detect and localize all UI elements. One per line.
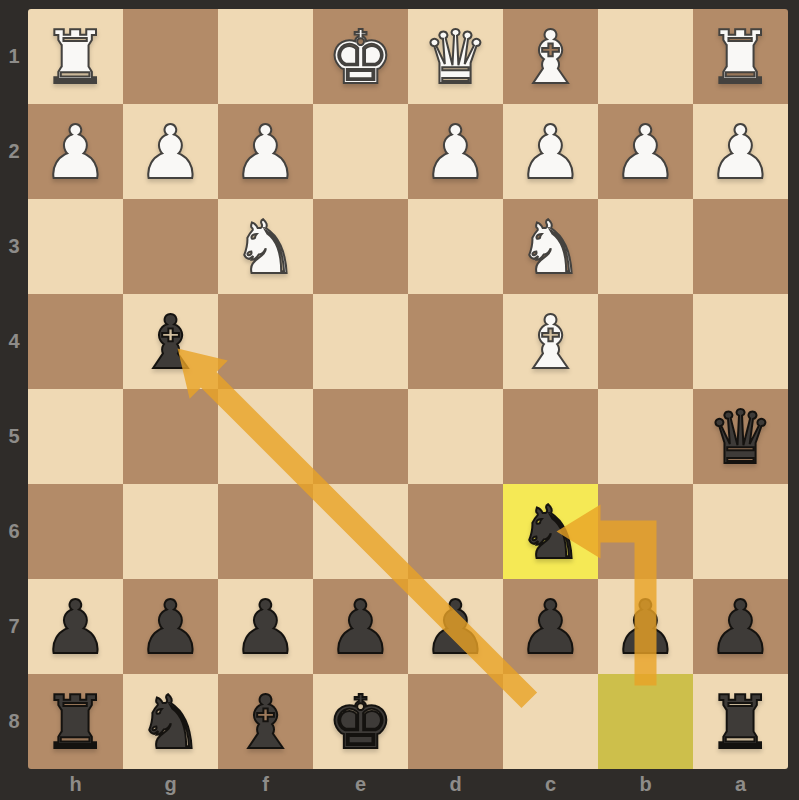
- square-c4[interactable]: ♝: [503, 294, 598, 389]
- square-d5[interactable]: [408, 389, 503, 484]
- file-label-g: g: [123, 769, 218, 800]
- square-b8[interactable]: [598, 674, 693, 769]
- white-pawn-c2[interactable]: ♟: [503, 104, 598, 199]
- white-king-e1[interactable]: ♚: [313, 9, 408, 104]
- square-e1[interactable]: ♚: [313, 9, 408, 104]
- white-rook-h1[interactable]: ♜: [28, 9, 123, 104]
- square-f3[interactable]: ♞: [218, 199, 313, 294]
- square-a5[interactable]: ♛: [693, 389, 788, 484]
- square-h2[interactable]: ♟: [28, 104, 123, 199]
- file-label-d: d: [408, 769, 503, 800]
- square-d2[interactable]: ♟: [408, 104, 503, 199]
- white-pawn-g2[interactable]: ♟: [123, 104, 218, 199]
- square-b2[interactable]: ♟: [598, 104, 693, 199]
- square-g1[interactable]: [123, 9, 218, 104]
- square-e6[interactable]: [313, 484, 408, 579]
- square-e5[interactable]: [313, 389, 408, 484]
- square-f6[interactable]: [218, 484, 313, 579]
- white-bishop-c4[interactable]: ♝: [503, 294, 598, 389]
- square-f2[interactable]: ♟: [218, 104, 313, 199]
- square-e2[interactable]: [313, 104, 408, 199]
- white-bishop-c1[interactable]: ♝: [503, 9, 598, 104]
- square-g8[interactable]: ♞: [123, 674, 218, 769]
- square-c8[interactable]: [503, 674, 598, 769]
- square-g7[interactable]: ♟: [123, 579, 218, 674]
- square-a7[interactable]: ♟: [693, 579, 788, 674]
- white-pawn-f2[interactable]: ♟: [218, 104, 313, 199]
- square-h6[interactable]: [28, 484, 123, 579]
- square-g5[interactable]: [123, 389, 218, 484]
- white-pawn-b2[interactable]: ♟: [598, 104, 693, 199]
- square-b7[interactable]: ♟: [598, 579, 693, 674]
- square-a4[interactable]: [693, 294, 788, 389]
- rank-label-7: 7: [0, 579, 28, 674]
- file-label-e: e: [313, 769, 408, 800]
- square-d8[interactable]: [408, 674, 503, 769]
- white-knight-f3[interactable]: ♞: [218, 199, 313, 294]
- rank-label-3: 3: [0, 199, 28, 294]
- square-a2[interactable]: ♟: [693, 104, 788, 199]
- square-c7[interactable]: ♟: [503, 579, 598, 674]
- square-f5[interactable]: [218, 389, 313, 484]
- black-pawn-g7[interactable]: ♟: [123, 579, 218, 674]
- square-c6[interactable]: ♞: [503, 484, 598, 579]
- rank-label-8: 8: [0, 674, 28, 769]
- square-h4[interactable]: [28, 294, 123, 389]
- white-pawn-d2[interactable]: ♟: [408, 104, 503, 199]
- black-pawn-d7[interactable]: ♟: [408, 579, 503, 674]
- file-label-a: a: [693, 769, 788, 800]
- square-h7[interactable]: ♟: [28, 579, 123, 674]
- black-pawn-b7[interactable]: ♟: [598, 579, 693, 674]
- black-knight-c6[interactable]: ♞: [503, 484, 598, 579]
- rank-label-4: 4: [0, 294, 28, 389]
- chess-board-window: 12345678 ♜♚♛♝♜♟♟♟♟♟♟♟♞♞♝♝♛♞♟♟♟♟♟♟♟♟♜♞♝♚♜…: [0, 0, 799, 800]
- square-c5[interactable]: [503, 389, 598, 484]
- square-f4[interactable]: [218, 294, 313, 389]
- square-b3[interactable]: [598, 199, 693, 294]
- file-label-h: h: [28, 769, 123, 800]
- square-f7[interactable]: ♟: [218, 579, 313, 674]
- black-pawn-a7[interactable]: ♟: [693, 579, 788, 674]
- black-king-e8[interactable]: ♚: [313, 674, 408, 769]
- black-pawn-c7[interactable]: ♟: [503, 579, 598, 674]
- black-queen-a5[interactable]: ♛: [693, 389, 788, 484]
- square-c2[interactable]: ♟: [503, 104, 598, 199]
- square-h8[interactable]: ♜: [28, 674, 123, 769]
- square-b1[interactable]: [598, 9, 693, 104]
- black-pawn-e7[interactable]: ♟: [313, 579, 408, 674]
- black-bishop-g4[interactable]: ♝: [123, 294, 218, 389]
- white-knight-c3[interactable]: ♞: [503, 199, 598, 294]
- square-a1[interactable]: ♜: [693, 9, 788, 104]
- white-pawn-a2[interactable]: ♟: [693, 104, 788, 199]
- square-a8[interactable]: ♜: [693, 674, 788, 769]
- rank-label-5: 5: [0, 389, 28, 484]
- square-f8[interactable]: ♝: [218, 674, 313, 769]
- square-e7[interactable]: ♟: [313, 579, 408, 674]
- square-d6[interactable]: [408, 484, 503, 579]
- square-g2[interactable]: ♟: [123, 104, 218, 199]
- square-g6[interactable]: [123, 484, 218, 579]
- square-a3[interactable]: [693, 199, 788, 294]
- rank-label-6: 6: [0, 484, 28, 579]
- square-d3[interactable]: [408, 199, 503, 294]
- square-b5[interactable]: [598, 389, 693, 484]
- white-pawn-h2[interactable]: ♟: [28, 104, 123, 199]
- file-label-b: b: [598, 769, 693, 800]
- square-d4[interactable]: [408, 294, 503, 389]
- black-knight-g8[interactable]: ♞: [123, 674, 218, 769]
- square-h1[interactable]: ♜: [28, 9, 123, 104]
- square-f1[interactable]: [218, 9, 313, 104]
- square-h3[interactable]: [28, 199, 123, 294]
- white-queen-d1[interactable]: ♛: [408, 9, 503, 104]
- black-pawn-f7[interactable]: ♟: [218, 579, 313, 674]
- file-label-f: f: [218, 769, 313, 800]
- white-rook-a1[interactable]: ♜: [693, 9, 788, 104]
- square-c1[interactable]: ♝: [503, 9, 598, 104]
- square-h5[interactable]: [28, 389, 123, 484]
- square-c3[interactable]: ♞: [503, 199, 598, 294]
- square-d1[interactable]: ♛: [408, 9, 503, 104]
- square-b4[interactable]: [598, 294, 693, 389]
- file-label-c: c: [503, 769, 598, 800]
- rank-label-2: 2: [0, 104, 28, 199]
- square-e3[interactable]: [313, 199, 408, 294]
- chess-board[interactable]: ♜♚♛♝♜♟♟♟♟♟♟♟♞♞♝♝♛♞♟♟♟♟♟♟♟♟♜♞♝♚♜: [28, 9, 788, 769]
- square-a6[interactable]: [693, 484, 788, 579]
- square-g4[interactable]: ♝: [123, 294, 218, 389]
- rank-label-1: 1: [0, 9, 28, 104]
- black-rook-h8[interactable]: ♜: [28, 674, 123, 769]
- square-b6[interactable]: [598, 484, 693, 579]
- black-bishop-f8[interactable]: ♝: [218, 674, 313, 769]
- square-g3[interactable]: [123, 199, 218, 294]
- black-rook-a8[interactable]: ♜: [693, 674, 788, 769]
- square-e4[interactable]: [313, 294, 408, 389]
- square-d7[interactable]: ♟: [408, 579, 503, 674]
- square-e8[interactable]: ♚: [313, 674, 408, 769]
- black-pawn-h7[interactable]: ♟: [28, 579, 123, 674]
